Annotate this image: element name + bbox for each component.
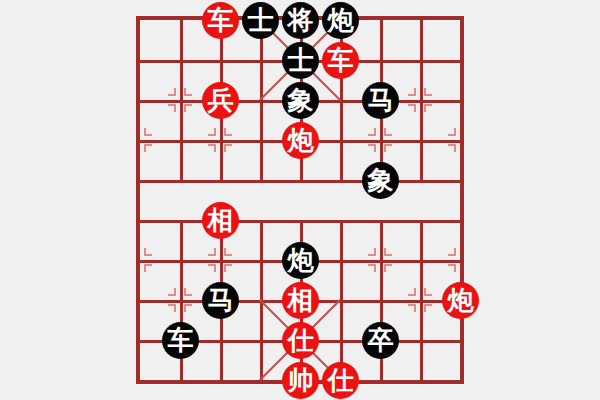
- red-advisor[interactable]: 仕: [282, 322, 319, 359]
- red-general[interactable]: 帅: [282, 362, 319, 399]
- board-cell: [420, 180, 460, 220]
- board-cell: [420, 100, 460, 140]
- black-elephant[interactable]: 象: [362, 162, 399, 199]
- red-chariot[interactable]: 车: [322, 42, 359, 79]
- board-cell: [380, 260, 420, 300]
- black-cannon[interactable]: 炮: [322, 2, 359, 39]
- red-chariot[interactable]: 车: [202, 2, 239, 39]
- board-cell: [420, 60, 460, 100]
- red-soldier[interactable]: 兵: [202, 82, 239, 119]
- board-cell: [420, 20, 460, 60]
- board-cell: [380, 20, 420, 60]
- board-cell: [380, 220, 420, 260]
- board-cell: [140, 60, 180, 100]
- board-cell: [260, 180, 300, 220]
- board-cell: [340, 260, 380, 300]
- board-cell: [140, 180, 180, 220]
- red-advisor[interactable]: 仕: [322, 362, 359, 399]
- board-cell: [140, 140, 180, 180]
- xiangqi-board[interactable]: 车士将炮士车兵象马炮象相炮马相炮车仕卒帅仕: [136, 16, 464, 384]
- board-cell: [220, 140, 260, 180]
- red-cannon[interactable]: 炮: [282, 122, 319, 159]
- board-cell: [180, 140, 220, 180]
- board-cell: [340, 220, 380, 260]
- page: 车士将炮士车兵象马炮象相炮马相炮车仕卒帅仕: [0, 0, 600, 400]
- black-elephant[interactable]: 象: [282, 82, 319, 119]
- board-cell: [300, 180, 340, 220]
- board-cell: [420, 220, 460, 260]
- black-general[interactable]: 将: [282, 2, 319, 39]
- board-cell: [140, 220, 180, 260]
- board-cell: [140, 100, 180, 140]
- red-elephant[interactable]: 相: [282, 282, 319, 319]
- black-advisor[interactable]: 士: [282, 42, 319, 79]
- board-cell: [140, 260, 180, 300]
- black-chariot[interactable]: 车: [162, 322, 199, 359]
- red-elephant[interactable]: 相: [202, 202, 239, 239]
- board-cell: [420, 340, 460, 380]
- black-soldier[interactable]: 卒: [362, 322, 399, 359]
- black-advisor[interactable]: 士: [242, 2, 279, 39]
- board-cell: [420, 140, 460, 180]
- black-horse[interactable]: 马: [202, 282, 239, 319]
- board-cell: [140, 20, 180, 60]
- red-cannon[interactable]: 炮: [442, 282, 479, 319]
- black-horse[interactable]: 马: [362, 82, 399, 119]
- board-cell: [220, 340, 260, 380]
- black-cannon[interactable]: 炮: [282, 242, 319, 279]
